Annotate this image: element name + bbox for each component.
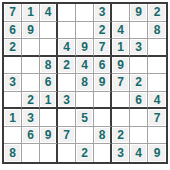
sudoku-cell: 3: [94, 4, 112, 22]
sudoku-cell: 4: [40, 4, 58, 22]
sudoku-cell[interactable]: [22, 57, 40, 75]
sudoku-cell[interactable]: [58, 22, 76, 40]
sudoku-cell[interactable]: [76, 4, 94, 22]
sudoku-cell: 1: [112, 39, 130, 57]
sudoku-cell[interactable]: [58, 109, 76, 127]
sudoku-cell: 9: [94, 74, 112, 92]
sudoku-cell: 5: [76, 109, 94, 127]
sudoku-cell[interactable]: [22, 39, 40, 57]
sudoku-cell[interactable]: [22, 144, 40, 162]
sudoku-cell[interactable]: [130, 57, 148, 75]
sudoku-cell: 9: [22, 22, 40, 40]
sudoku-cell: 3: [130, 39, 148, 57]
sudoku-cell: 2: [58, 57, 76, 75]
sudoku-cell[interactable]: [130, 22, 148, 40]
sudoku-cell: 6: [130, 92, 148, 110]
sudoku-cell: 9: [40, 127, 58, 145]
sudoku-cell[interactable]: [148, 57, 166, 75]
sudoku-cell: 6: [40, 74, 58, 92]
sudoku-cell[interactable]: [76, 92, 94, 110]
sudoku-cell: 3: [22, 109, 40, 127]
sudoku-cell: 7: [148, 109, 166, 127]
sudoku-cell: 3: [112, 144, 130, 162]
sudoku-cell: 2: [148, 4, 166, 22]
sudoku-cell: 2: [112, 127, 130, 145]
sudoku-cell[interactable]: [40, 144, 58, 162]
sudoku-cell: 8: [76, 74, 94, 92]
sudoku-cell[interactable]: [130, 109, 148, 127]
sudoku-cell[interactable]: [4, 127, 22, 145]
sudoku-cell: 9: [112, 57, 130, 75]
sudoku-cell[interactable]: [4, 57, 22, 75]
sudoku-cell[interactable]: [22, 74, 40, 92]
sudoku-cell[interactable]: [94, 92, 112, 110]
sudoku-cell: 7: [4, 4, 22, 22]
sudoku-cell: 4: [148, 92, 166, 110]
sudoku-cell: 2: [76, 144, 94, 162]
sudoku-cell[interactable]: [58, 4, 76, 22]
sudoku-cell: 7: [112, 74, 130, 92]
sudoku-cell[interactable]: [148, 74, 166, 92]
sudoku-cell: 8: [4, 144, 22, 162]
sudoku-cell[interactable]: [4, 92, 22, 110]
sudoku-cell: 8: [94, 127, 112, 145]
sudoku-cell: 3: [4, 74, 22, 92]
sudoku-cell[interactable]: [40, 39, 58, 57]
sudoku-cell: 4: [112, 22, 130, 40]
sudoku-cell: 2: [94, 22, 112, 40]
sudoku-cell: 6: [94, 57, 112, 75]
sudoku-cell: 4: [58, 39, 76, 57]
sudoku-cell: 6: [4, 22, 22, 40]
sudoku-cell[interactable]: [40, 109, 58, 127]
sudoku-cell[interactable]: [148, 39, 166, 57]
sudoku-cell[interactable]: [94, 144, 112, 162]
sudoku-cell: 1: [40, 92, 58, 110]
sudoku-cell: 7: [58, 127, 76, 145]
sudoku-cell[interactable]: [148, 127, 166, 145]
sudoku-cell[interactable]: [94, 109, 112, 127]
sudoku-cell: 9: [76, 39, 94, 57]
sudoku-cell: 8: [148, 22, 166, 40]
sudoku-cell: 3: [58, 92, 76, 110]
sudoku-cell: 9: [148, 144, 166, 162]
sudoku-board: 7143926924824971382469368972213641357697…: [2, 2, 168, 164]
sudoku-cell[interactable]: [112, 4, 130, 22]
sudoku-cell[interactable]: [130, 127, 148, 145]
sudoku-cell: 4: [76, 57, 94, 75]
sudoku-cell: 9: [130, 4, 148, 22]
sudoku-cell[interactable]: [58, 144, 76, 162]
sudoku-cell: 4: [130, 144, 148, 162]
sudoku-cell[interactable]: [40, 22, 58, 40]
sudoku-cell[interactable]: [76, 127, 94, 145]
sudoku-cell: 6: [22, 127, 40, 145]
sudoku-cell: 1: [4, 109, 22, 127]
sudoku-cell: 1: [22, 4, 40, 22]
sudoku-cell[interactable]: [112, 109, 130, 127]
sudoku-cell: 2: [22, 92, 40, 110]
sudoku-cell: 7: [94, 39, 112, 57]
sudoku-cell: 2: [130, 74, 148, 92]
sudoku-cell: 2: [4, 39, 22, 57]
sudoku-cell[interactable]: [76, 22, 94, 40]
sudoku-cell: 8: [40, 57, 58, 75]
sudoku-cell[interactable]: [58, 74, 76, 92]
sudoku-cell[interactable]: [112, 92, 130, 110]
